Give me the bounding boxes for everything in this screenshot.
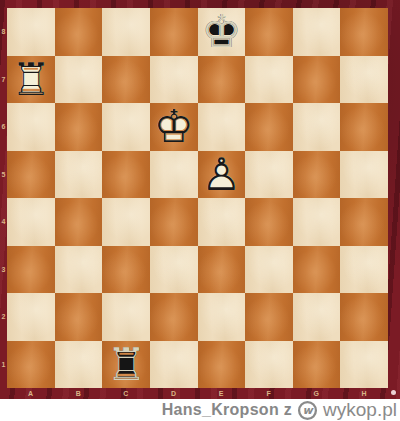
square-e2	[198, 293, 246, 341]
square-d7	[150, 56, 198, 104]
rank-label-5: 5	[0, 151, 7, 199]
file-label-a: A	[7, 388, 55, 399]
file-label-b: B	[55, 388, 103, 399]
square-g2	[293, 293, 341, 341]
square-b4	[55, 198, 103, 246]
wykop-logo-icon: w	[297, 400, 318, 421]
square-h3	[340, 246, 388, 294]
square-b6	[55, 103, 103, 151]
square-a7	[7, 56, 55, 104]
square-e6	[198, 103, 246, 151]
square-a8	[7, 8, 55, 56]
square-b2	[55, 293, 103, 341]
square-a3	[7, 246, 55, 294]
square-d2	[150, 293, 198, 341]
square-f1	[245, 341, 293, 389]
square-e1	[198, 341, 246, 389]
square-f8	[245, 8, 293, 56]
square-c3	[102, 246, 150, 294]
square-b1	[55, 341, 103, 389]
square-h5	[340, 151, 388, 199]
file-label-g: G	[293, 388, 341, 399]
square-c7	[102, 56, 150, 104]
square-g5	[293, 151, 341, 199]
square-c2	[102, 293, 150, 341]
square-f6	[245, 103, 293, 151]
rank-label-7: 7	[0, 56, 7, 104]
square-h8	[340, 8, 388, 56]
square-a1	[7, 341, 55, 389]
square-e4	[198, 198, 246, 246]
square-g4	[293, 198, 341, 246]
post-image: ♚♔♜♖♚♔♟♙♜♖ 87654321ABCDEFGH Hans_Kropson…	[0, 0, 400, 421]
square-b5	[55, 151, 103, 199]
square-d3	[150, 246, 198, 294]
rank-label-6: 6	[0, 103, 7, 151]
file-label-d: D	[150, 388, 198, 399]
square-a2	[7, 293, 55, 341]
square-g1	[293, 341, 341, 389]
rank-label-2: 2	[0, 293, 7, 341]
square-c1	[102, 341, 150, 389]
square-a4	[7, 198, 55, 246]
square-h6	[340, 103, 388, 151]
rank-label-1: 1	[0, 341, 7, 389]
square-h4	[340, 198, 388, 246]
square-d4	[150, 198, 198, 246]
square-f4	[245, 198, 293, 246]
square-e8	[198, 8, 246, 56]
square-g3	[293, 246, 341, 294]
square-g8	[293, 8, 341, 56]
square-e7	[198, 56, 246, 104]
square-d8	[150, 8, 198, 56]
square-a6	[7, 103, 55, 151]
square-a5	[7, 151, 55, 199]
square-h7	[340, 56, 388, 104]
svg-text:w: w	[303, 404, 315, 417]
square-c5	[102, 151, 150, 199]
square-c6	[102, 103, 150, 151]
square-f7	[245, 56, 293, 104]
attribution-bar: Hans_Kropson z w wykop.pl	[0, 399, 400, 421]
square-d5	[150, 151, 198, 199]
square-c4	[102, 198, 150, 246]
rank-label-3: 3	[0, 246, 7, 294]
file-label-c: C	[102, 388, 150, 399]
square-f5	[245, 151, 293, 199]
rank-label-8: 8	[0, 8, 7, 56]
author-text: Hans_Kropson z	[162, 401, 292, 419]
square-h2	[340, 293, 388, 341]
square-b7	[55, 56, 103, 104]
border-corner-dot	[391, 390, 396, 395]
square-f2	[245, 293, 293, 341]
file-label-h: H	[340, 388, 388, 399]
board-grid: ♚♔♜♖♚♔♟♙♜♖	[7, 8, 388, 388]
square-b3	[55, 246, 103, 294]
square-d6	[150, 103, 198, 151]
square-c8	[102, 8, 150, 56]
rank-label-4: 4	[0, 198, 7, 246]
square-h1	[340, 341, 388, 389]
file-label-f: F	[245, 388, 293, 399]
square-e3	[198, 246, 246, 294]
square-f3	[245, 246, 293, 294]
square-g6	[293, 103, 341, 151]
site-text: wykop.pl	[323, 399, 397, 421]
file-label-e: E	[198, 388, 246, 399]
square-d1	[150, 341, 198, 389]
square-b8	[55, 8, 103, 56]
chess-board: ♚♔♜♖♚♔♟♙♜♖ 87654321ABCDEFGH	[0, 0, 400, 399]
square-e5	[198, 151, 246, 199]
square-g7	[293, 56, 341, 104]
